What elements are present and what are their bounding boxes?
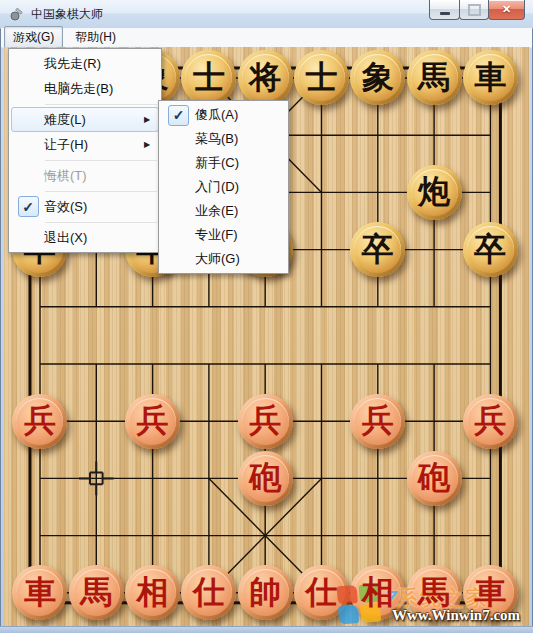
board-point-r0c8[interactable]: 車 (462, 49, 518, 106)
board-point-r0c3[interactable]: 士 (181, 49, 237, 106)
board-point-r0c7[interactable]: 馬 (406, 49, 462, 106)
board-point-r6c4[interactable]: 兵 (237, 393, 293, 450)
menu-item[interactable]: 专业(F) (161, 223, 286, 247)
black-piece-車[interactable]: 車 (463, 50, 518, 105)
menu-item-label: 悔棋(T) (44, 167, 158, 185)
board-point-r6c0[interactable]: 兵 (12, 393, 68, 450)
piece-character: 帥 (249, 576, 281, 608)
red-piece-相[interactable]: 相 (125, 565, 180, 620)
menu-item-label: 新手(C) (195, 154, 285, 172)
menubar-item-1[interactable]: 帮助(H) (66, 26, 125, 49)
submenu-arrow-icon: ▶ (144, 115, 158, 124)
red-piece-車[interactable]: 車 (463, 565, 518, 620)
checkmark-icon: ✓ (18, 196, 39, 217)
board-point-r9c6[interactable]: 相 (350, 564, 406, 621)
piece-character: 相 (137, 576, 169, 608)
black-piece-象[interactable]: 象 (350, 50, 405, 105)
menu-item-label: 傻瓜(A) (195, 106, 285, 124)
menu-item[interactable]: 难度(L)▶ (11, 107, 159, 132)
menu-item-label: 专业(F) (195, 226, 285, 244)
piece-character: 馬 (418, 61, 450, 93)
menu-item[interactable]: 电脑先走(B) (11, 76, 159, 101)
board-point-r6c2[interactable]: 兵 (124, 393, 180, 450)
black-piece-馬[interactable]: 馬 (407, 50, 462, 105)
menu-item-label: 退出(X) (44, 229, 158, 247)
red-piece-車[interactable]: 車 (12, 565, 67, 620)
menu-item[interactable]: 入门(D) (161, 175, 286, 199)
piece-character: 車 (24, 576, 56, 608)
board-point-r0c5[interactable]: 士 (293, 49, 349, 106)
menu-separator (45, 191, 157, 192)
piece-character: 砲 (418, 461, 450, 493)
board-point-r3c8[interactable]: 卒 (462, 221, 518, 278)
board-point-r9c2[interactable]: 相 (124, 564, 180, 621)
red-piece-兵[interactable]: 兵 (125, 394, 180, 449)
piece-character: 士 (193, 61, 225, 93)
board-point-r0c4[interactable]: 将 (237, 49, 293, 106)
menu-item-label: 让子(H) (44, 136, 144, 154)
menu-item-label: 入门(D) (195, 178, 285, 196)
menu-separator (45, 160, 157, 161)
menu-separator (45, 104, 157, 105)
menu-item[interactable]: 让子(H)▶ (11, 132, 159, 157)
menu-item[interactable]: 大师(G) (161, 247, 286, 271)
piece-character: 砲 (249, 461, 281, 493)
piece-character: 相 (362, 576, 394, 608)
game-menu: 我先走(R)电脑先走(B)难度(L)▶让子(H)▶悔棋(T)✓音效(S)退出(X… (8, 48, 162, 253)
board-point-r2c7[interactable]: 炮 (406, 164, 462, 221)
red-piece-兵[interactable]: 兵 (463, 394, 518, 449)
piece-character: 卒 (474, 233, 506, 265)
close-button[interactable]: ✕ (488, 0, 525, 20)
black-piece-士[interactable]: 士 (294, 50, 349, 105)
board-point-r9c0[interactable]: 車 (12, 564, 68, 621)
minimize-button[interactable] (429, 0, 460, 20)
board-point-r3c6[interactable]: 卒 (350, 221, 406, 278)
menu-item-label: 业余(E) (195, 202, 285, 220)
menu-item-label: 音效(S) (44, 198, 158, 216)
black-piece-将[interactable]: 将 (238, 50, 293, 105)
board-point-r9c4[interactable]: 帥 (237, 564, 293, 621)
piece-character: 卒 (362, 233, 394, 265)
red-piece-馬[interactable]: 馬 (407, 565, 462, 620)
close-icon: ✕ (502, 4, 511, 15)
menu-item-gutter: ✓ (12, 196, 44, 217)
piece-character: 兵 (24, 404, 56, 436)
board-point-r9c3[interactable]: 仕 (181, 564, 237, 621)
window-bottom-frame (0, 626, 533, 633)
submenu-arrow-icon: ▶ (144, 140, 158, 149)
red-piece-兵[interactable]: 兵 (12, 394, 67, 449)
piece-character: 兵 (362, 404, 394, 436)
piece-character: 車 (474, 61, 506, 93)
menu-item: 悔棋(T) (11, 163, 159, 188)
piece-character: 馬 (418, 576, 450, 608)
piece-character: 兵 (249, 404, 281, 436)
board-point-r9c8[interactable]: 車 (462, 564, 518, 621)
menu-item[interactable]: ✓音效(S) (11, 194, 159, 219)
menu-bar: 游戏(G)帮助(H) (1, 28, 532, 48)
red-piece-仕[interactable]: 仕 (181, 565, 236, 620)
window-title: 中国象棋大师 (31, 6, 103, 23)
black-piece-炮[interactable]: 炮 (407, 165, 462, 220)
red-piece-馬[interactable]: 馬 (69, 565, 124, 620)
maximize-icon (468, 4, 481, 16)
menu-item[interactable]: ✓傻瓜(A) (161, 103, 286, 127)
piece-character: 士 (305, 61, 337, 93)
piece-character: 仕 (193, 576, 225, 608)
menu-item-label: 大师(G) (195, 250, 285, 268)
red-piece-砲[interactable]: 砲 (238, 451, 293, 506)
red-piece-砲[interactable]: 砲 (407, 451, 462, 506)
app-window: 中国象棋大师 ✕ 游戏(G)帮助(H) (0, 0, 533, 633)
menu-item-label: 电脑先走(B) (44, 80, 158, 98)
board-point-r6c8[interactable]: 兵 (462, 393, 518, 450)
board-point-r7c4[interactable]: 砲 (237, 450, 293, 507)
menubar-item-0[interactable]: 游戏(G) (4, 26, 63, 49)
piece-character: 象 (362, 61, 394, 93)
piece-character: 兵 (137, 404, 169, 436)
board-point-r9c7[interactable]: 馬 (406, 564, 462, 621)
app-icon (9, 6, 25, 22)
red-piece-兵[interactable]: 兵 (350, 394, 405, 449)
menu-item-label: 我先走(R) (44, 55, 158, 73)
menu-item[interactable]: 菜鸟(B) (161, 127, 286, 151)
menu-item-label: 难度(L) (44, 111, 144, 129)
checkmark-icon: ✓ (168, 105, 189, 126)
black-piece-卒[interactable]: 卒 (350, 222, 405, 277)
menu-item[interactable]: 退出(X) (11, 225, 159, 250)
board-point-r6c6[interactable]: 兵 (350, 393, 406, 450)
board-point-r9c5[interactable]: 仕 (293, 564, 349, 621)
board-point-r7c7[interactable]: 砲 (406, 450, 462, 507)
piece-character: 将 (249, 61, 281, 93)
red-piece-仕[interactable]: 仕 (294, 565, 349, 620)
board-point-r9c1[interactable]: 馬 (68, 564, 124, 621)
black-piece-士[interactable]: 士 (181, 50, 236, 105)
menu-item-gutter: ✓ (162, 105, 195, 126)
red-piece-相[interactable]: 相 (350, 565, 405, 620)
board-point-r0c6[interactable]: 象 (350, 49, 406, 106)
menu-item[interactable]: 业余(E) (161, 199, 286, 223)
piece-character: 馬 (80, 576, 112, 608)
piece-character: 炮 (418, 175, 450, 207)
black-piece-卒[interactable]: 卒 (463, 222, 518, 277)
menu-item[interactable]: 新手(C) (161, 151, 286, 175)
red-piece-帥[interactable]: 帥 (238, 565, 293, 620)
menu-item[interactable]: 我先走(R) (11, 51, 159, 76)
piece-character: 車 (474, 576, 506, 608)
piece-character: 兵 (474, 404, 506, 436)
minimize-icon (440, 12, 450, 15)
maximize-button[interactable] (459, 0, 489, 20)
menu-item-label: 菜鸟(B) (195, 130, 285, 148)
difficulty-submenu: ✓傻瓜(A)菜鸟(B)新手(C)入门(D)业余(E)专业(F)大师(G) (158, 100, 289, 274)
red-piece-兵[interactable]: 兵 (238, 394, 293, 449)
menu-separator (45, 222, 157, 223)
piece-character: 仕 (305, 576, 337, 608)
title-bar: 中国象棋大师 ✕ (0, 0, 533, 29)
